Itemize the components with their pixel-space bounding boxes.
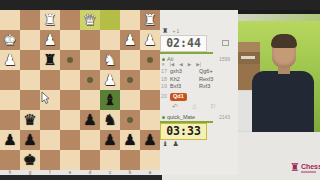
white-pawn[interactable]: ♟: [100, 70, 120, 90]
chess-board[interactable]: ♜♛♜♚♟♟♟♟♜♞♟♝♛♟♞♟♟♟♟♟♚: [0, 10, 160, 170]
captured-pieces-top: ♜: [162, 27, 173, 35]
black-pawn[interactable]: ♟: [140, 130, 160, 150]
white-captured-tray: ♜ +1: [162, 27, 180, 35]
move-row: 19Bxf3Rxf3: [161, 83, 235, 91]
square-b7[interactable]: ♟: [120, 130, 140, 150]
white-queen[interactable]: ♛: [80, 10, 100, 30]
black-move[interactable]: Rexf3: [199, 76, 228, 84]
game-side-panel: ♜ +1 02:44 Ati 1599 ≡|◀◀▶▶| 17gxh3Qg6+18…: [160, 10, 238, 175]
white-pawn[interactable]: ♟: [140, 30, 160, 50]
top-player-separator: [160, 52, 213, 54]
mouse-cursor-icon: [41, 92, 50, 104]
move-hint-dot[interactable]: [127, 117, 133, 123]
black-player-rating: 2143: [206, 114, 230, 120]
move-nav-bar[interactable]: ≡|◀◀▶▶|: [162, 62, 206, 67]
square-g5[interactable]: [20, 90, 40, 110]
square-g7[interactable]: ♟: [20, 130, 40, 150]
move-hint-dot[interactable]: [87, 77, 93, 83]
square-d5[interactable]: [80, 90, 100, 110]
square-e8[interactable]: [60, 150, 80, 170]
black-move[interactable]: Rxf3: [199, 83, 228, 91]
square-h1[interactable]: [0, 10, 20, 30]
white-knight[interactable]: ♞: [100, 50, 120, 70]
square-g2[interactable]: [20, 30, 40, 50]
black-rook[interactable]: ♜: [40, 50, 60, 70]
move-hint-dot[interactable]: [127, 77, 133, 83]
streamer-hair: [271, 34, 297, 48]
square-e7[interactable]: [60, 130, 80, 150]
black-player-name[interactable]: quick_Mate: [167, 114, 195, 120]
square-b5[interactable]: [120, 90, 140, 110]
stream-frame: ♜♛♜♚♟♟♟♟♜♞♟♝♛♟♞♟♟♟♟♟♚ hgfedcba ♜ +1 02:4…: [0, 0, 320, 180]
square-b4[interactable]: [120, 70, 140, 90]
resign-flag-icon[interactable]: ⚐: [210, 103, 216, 112]
square-c6[interactable]: ♞: [100, 110, 120, 130]
move-hint-dot[interactable]: [147, 57, 153, 63]
black-bishop[interactable]: ♝: [100, 90, 120, 110]
square-b6[interactable]: [120, 110, 140, 130]
black-knight[interactable]: ♞: [100, 110, 120, 130]
square-g3[interactable]: [20, 50, 40, 70]
white-move[interactable]: Bxf3: [170, 83, 199, 91]
square-g6[interactable]: ♛: [20, 110, 40, 130]
streamer-torso: [252, 71, 314, 132]
menu-icon[interactable]: ≡: [162, 62, 165, 67]
square-b3[interactable]: [120, 50, 140, 70]
square-b8[interactable]: [120, 150, 140, 170]
square-b2[interactable]: ♟: [120, 30, 140, 50]
white-pawn[interactable]: ♟: [0, 50, 20, 70]
move-row: 17gxh3Qg6+: [161, 68, 235, 76]
white-player-rating: 1599: [206, 56, 230, 62]
white-move[interactable]: Kh2: [170, 76, 199, 84]
move-number: 19: [161, 83, 170, 91]
square-d3[interactable]: [80, 50, 100, 70]
white-rook[interactable]: ♜: [40, 10, 60, 30]
captured-pieces-bottom: ♝ ♟: [162, 140, 180, 148]
black-player-row[interactable]: quick_Mate: [162, 114, 195, 120]
logo-text: Chess: [301, 163, 320, 170]
white-rook[interactable]: ♜: [140, 10, 160, 30]
takeback-icon[interactable]: ↶: [172, 103, 178, 112]
square-a4[interactable]: [140, 70, 160, 90]
square-f6[interactable]: [40, 110, 60, 130]
square-a3[interactable]: [140, 50, 160, 70]
draw-offer-icon[interactable]: ☝: [192, 103, 196, 112]
logo-rook-icon: ♜: [290, 162, 300, 174]
black-captured-tray: ♝ ♟: [162, 140, 180, 148]
move-number: 20: [161, 93, 170, 101]
square-f1[interactable]: ♜: [40, 10, 60, 30]
white-move[interactable]: gxh3: [170, 68, 199, 76]
square-a1[interactable]: ♜: [140, 10, 160, 30]
square-f8[interactable]: [40, 150, 60, 170]
square-c3[interactable]: ♞: [100, 50, 120, 70]
black-move[interactable]: Qg6+: [199, 68, 228, 76]
logo-subtitle-bar: [301, 171, 316, 173]
square-e1[interactable]: [60, 10, 80, 30]
square-h4[interactable]: [0, 70, 20, 90]
move-number: 17: [161, 68, 170, 76]
square-c1[interactable]: [100, 10, 120, 30]
webcam-video: [238, 10, 320, 132]
current-move[interactable]: Qd1: [170, 93, 187, 101]
square-d2[interactable]: [80, 30, 100, 50]
square-f4[interactable]: [40, 70, 60, 90]
chess-academy-logo: ♜ Chess: [290, 162, 320, 174]
video-top-bar: [0, 0, 320, 10]
square-h8[interactable]: [0, 150, 20, 170]
black-clock-active: 03:33: [160, 123, 207, 140]
black-pawn[interactable]: ♟: [80, 110, 100, 130]
square-h7[interactable]: ♟: [0, 130, 20, 150]
square-h5[interactable]: [0, 90, 20, 110]
black-pawn[interactable]: ♟: [0, 130, 20, 150]
move-number: 18: [161, 76, 170, 84]
white-king[interactable]: ♚: [0, 30, 20, 50]
black-pawn[interactable]: ♟: [20, 130, 40, 150]
shelf-dishes: [241, 56, 255, 59]
move-list[interactable]: 17gxh3Qg6+18Kh2Rexf319Bxf3Rxf3: [161, 68, 235, 91]
square-f7[interactable]: [40, 130, 60, 150]
black-king[interactable]: ♚: [20, 150, 40, 170]
square-h2[interactable]: ♚: [0, 30, 20, 50]
square-g4[interactable]: [20, 70, 40, 90]
square-a5[interactable]: [140, 90, 160, 110]
square-a2[interactable]: ♟: [140, 30, 160, 50]
square-f3[interactable]: ♜: [40, 50, 60, 70]
square-a7[interactable]: ♟: [140, 130, 160, 150]
square-d1[interactable]: ♛: [80, 10, 100, 30]
square-c4[interactable]: ♟: [100, 70, 120, 90]
square-b1[interactable]: [120, 10, 140, 30]
next-move-icon[interactable]: ▶: [188, 62, 191, 67]
square-c7[interactable]: ♟: [100, 130, 120, 150]
square-d6[interactable]: ♟: [80, 110, 100, 130]
square-g1[interactable]: [20, 10, 40, 30]
square-e3[interactable]: [60, 50, 80, 70]
square-a8[interactable]: [140, 150, 160, 170]
square-h3[interactable]: ♟: [0, 50, 20, 70]
video-bottom-bar: [0, 175, 162, 180]
square-g8[interactable]: ♚: [20, 150, 40, 170]
ceiling-edge: [238, 14, 320, 21]
black-queen[interactable]: ♛: [20, 110, 40, 130]
last-move-icon[interactable]: ▶|: [196, 62, 201, 67]
square-c5[interactable]: ♝: [100, 90, 120, 110]
first-move-icon[interactable]: |◀: [170, 62, 175, 67]
white-pawn[interactable]: ♟: [40, 30, 60, 50]
square-c2[interactable]: [100, 30, 120, 50]
black-pawn[interactable]: ♟: [120, 130, 140, 150]
square-a6[interactable]: [140, 110, 160, 130]
square-e6[interactable]: [60, 110, 80, 130]
black-pawn[interactable]: ♟: [100, 130, 120, 150]
online-dot-icon: [162, 116, 165, 119]
square-c8[interactable]: [100, 150, 120, 170]
square-d4[interactable]: [80, 70, 100, 90]
square-d7[interactable]: [80, 130, 100, 150]
current-move-row[interactable]: 20 Qd1: [161, 93, 187, 101]
analysis-board-icon[interactable]: [222, 40, 229, 46]
square-d8[interactable]: [80, 150, 100, 170]
material-advantage: +1: [173, 28, 181, 34]
online-dot-icon: [162, 58, 165, 61]
move-hint-dot[interactable]: [67, 57, 73, 63]
prev-move-icon[interactable]: ◀: [179, 62, 182, 67]
square-e2[interactable]: [60, 30, 80, 50]
move-row: 18Kh2Rexf3: [161, 76, 235, 84]
white-pawn[interactable]: ♟: [120, 30, 140, 50]
square-f2[interactable]: ♟: [40, 30, 60, 50]
square-e4[interactable]: [60, 70, 80, 90]
square-h6[interactable]: [0, 110, 20, 130]
square-e5[interactable]: [60, 90, 80, 110]
white-clock: 02:44: [160, 35, 207, 52]
